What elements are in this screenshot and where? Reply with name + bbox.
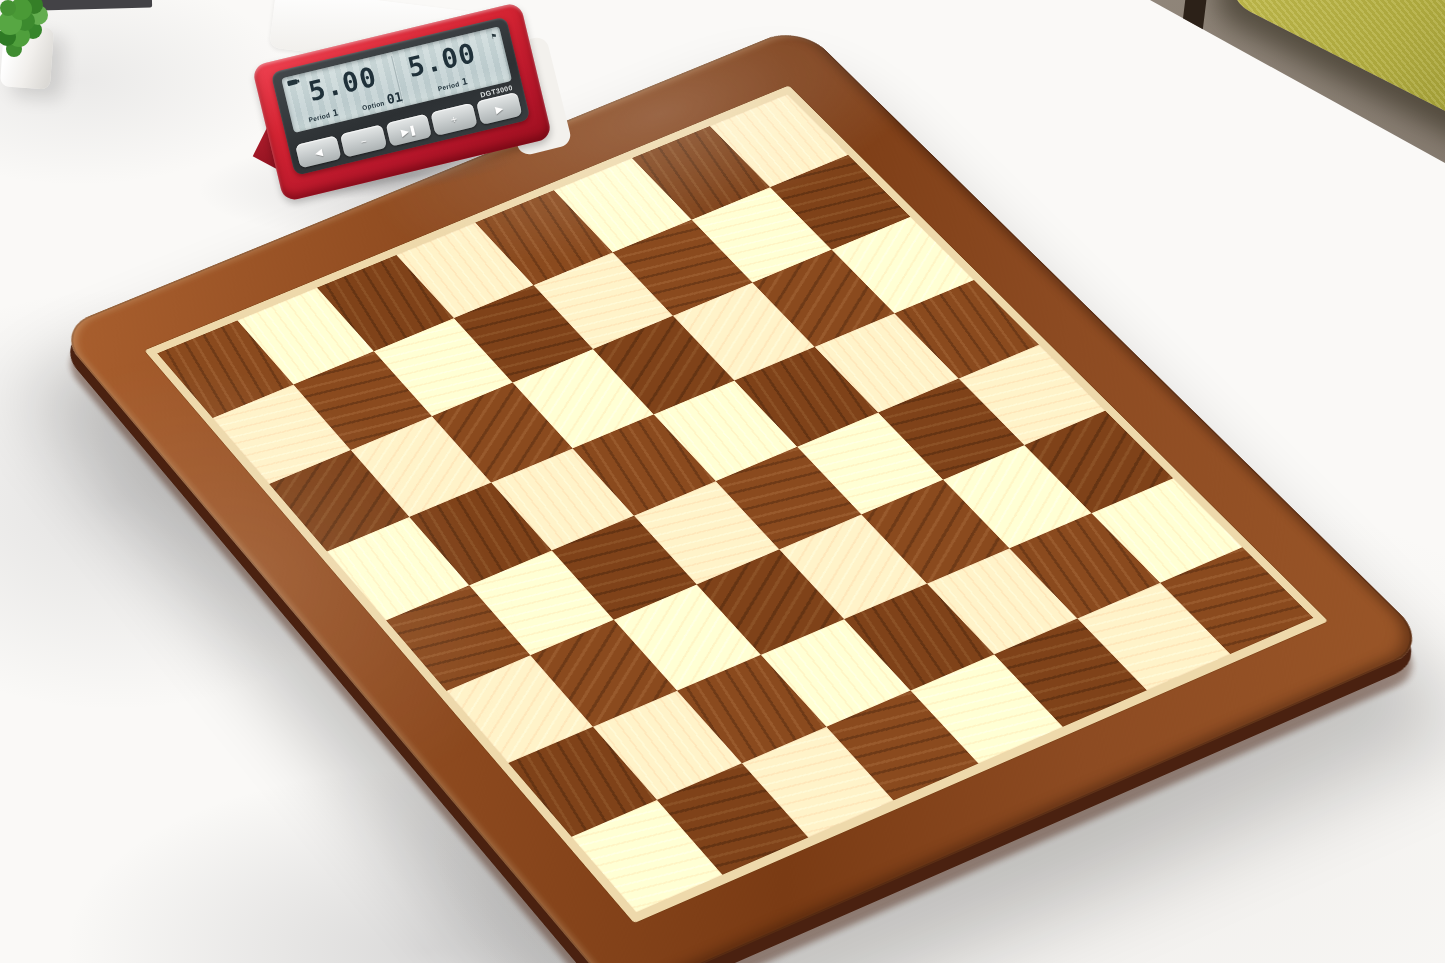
option-value: 01 bbox=[385, 89, 404, 107]
clock-minus-button[interactable]: − bbox=[340, 124, 387, 157]
clock-play-pause-button[interactable]: ▶❚ bbox=[385, 114, 432, 147]
clock-plus-button[interactable]: ＋ bbox=[430, 103, 477, 136]
left-period-label: Period bbox=[308, 111, 331, 123]
right-player-time: 5.00 bbox=[405, 39, 478, 81]
left-period: Period1 bbox=[308, 108, 340, 124]
clock-back-button[interactable]: ◀ bbox=[295, 135, 342, 168]
plant-pot bbox=[0, 24, 54, 89]
chair bbox=[1220, 0, 1445, 146]
chess-clock: ⚑ 5.00 5.00 Period1 Option01 Period1 DGT… bbox=[248, 0, 578, 212]
right-period: Period1 bbox=[437, 77, 469, 93]
battery-icon bbox=[287, 79, 298, 86]
right-period-label: Period bbox=[437, 80, 460, 92]
option-label: Option bbox=[361, 99, 385, 111]
left-period-value: 1 bbox=[332, 107, 340, 118]
plant bbox=[0, 0, 104, 104]
chair-leg bbox=[1180, 0, 1206, 43]
plant-foliage bbox=[0, 0, 16, 16]
flag-icon: ⚑ bbox=[490, 32, 498, 41]
right-period-value: 1 bbox=[461, 76, 469, 87]
board-squares bbox=[157, 94, 1313, 912]
scene: ⚑ 5.00 5.00 Period1 Option01 Period1 DGT… bbox=[0, 0, 1445, 963]
